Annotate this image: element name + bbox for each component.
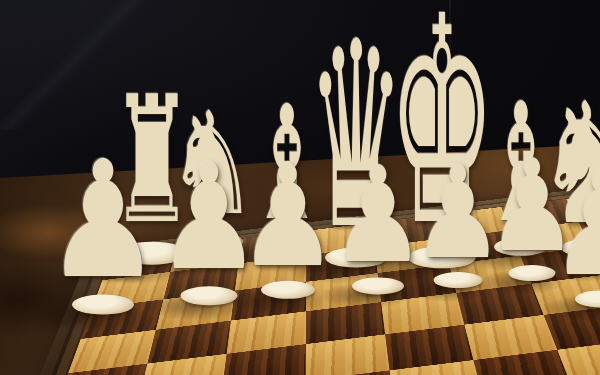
pawn-glyph: ♟ [330, 164, 425, 268]
chess-photo-scene: ♜♞♝♛♚♝♞♟♟♟♟♟♟♟ [0, 0, 600, 375]
pawn-glyph: ♟ [412, 163, 504, 263]
pawn-glyph: ♟ [45, 157, 161, 283]
pieces-layer: ♜♞♝♛♚♝♞♟♟♟♟♟♟♟ [0, 0, 600, 375]
pawn-glyph: ♟ [156, 161, 261, 276]
pawn-glyph: ♟ [550, 169, 600, 281]
